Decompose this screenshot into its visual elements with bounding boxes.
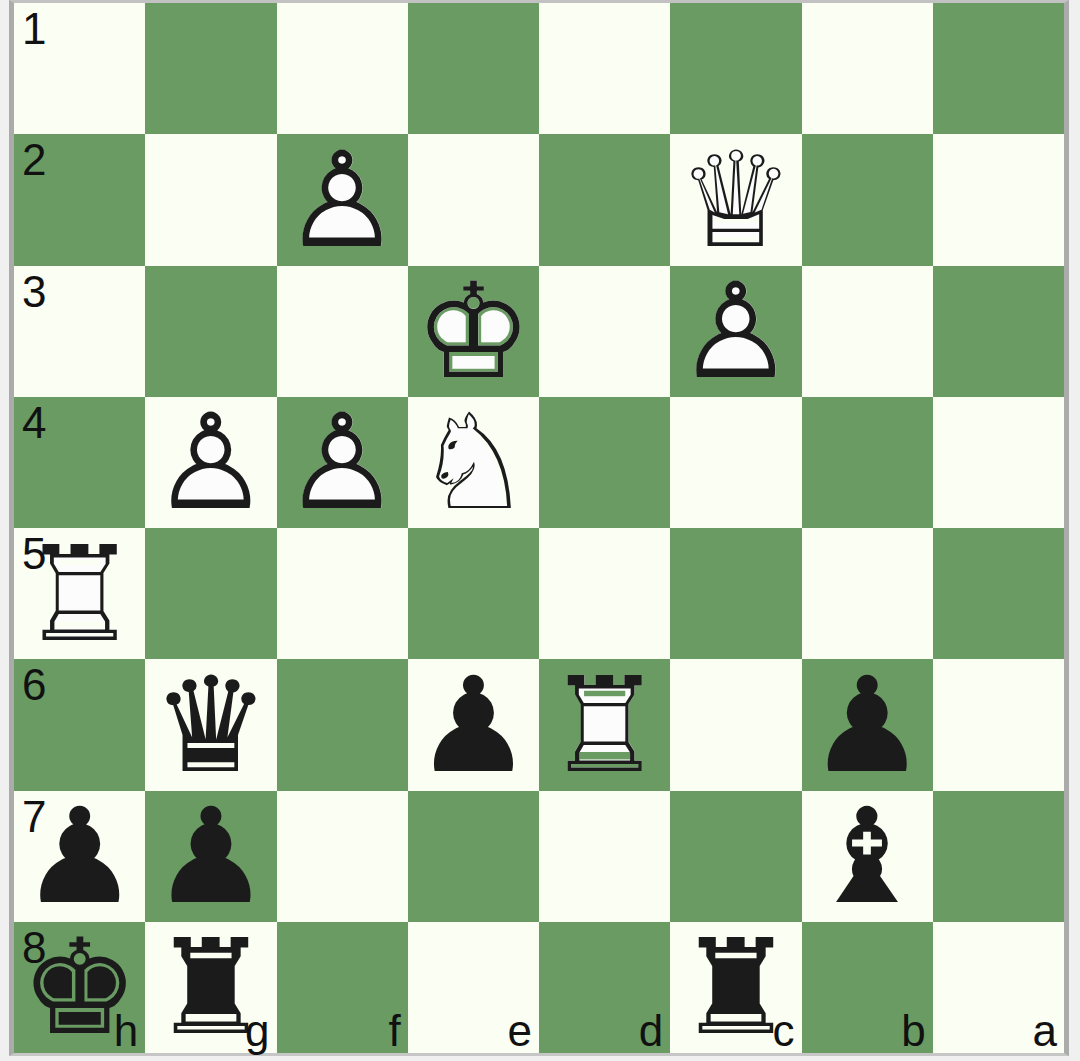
white-queen-fill: ♛	[670, 134, 801, 265]
square-h7[interactable]: 7♟	[14, 791, 145, 922]
square-a2[interactable]	[933, 134, 1064, 265]
black-rook[interactable]: ♜	[670, 922, 801, 1053]
square-e3[interactable]: ♚♔	[408, 266, 539, 397]
square-c2[interactable]: ♛♕	[670, 134, 801, 265]
square-c8[interactable]: c♜	[670, 922, 801, 1053]
square-c7[interactable]	[670, 791, 801, 922]
square-b1[interactable]	[802, 3, 933, 134]
square-c6[interactable]	[670, 659, 801, 790]
chessboard: 12♟♙♛♕3♚♔♟♙4♟♙♟♙♞♘5♜♖6♛♟♜♖♟7♟♟♝8h♚g♜fedc…	[14, 3, 1064, 1053]
square-h6[interactable]: 6	[14, 659, 145, 790]
square-e7[interactable]	[408, 791, 539, 922]
square-a6[interactable]	[933, 659, 1064, 790]
white-rook[interactable]: ♖	[539, 659, 670, 790]
file-label-e: e	[508, 1009, 532, 1053]
square-h8[interactable]: 8h♚	[14, 922, 145, 1053]
rank-label-6: 6	[22, 663, 46, 707]
square-b3[interactable]	[802, 266, 933, 397]
square-f2[interactable]: ♟♙	[277, 134, 408, 265]
rank-label-1: 1	[22, 7, 46, 51]
square-h3[interactable]: 3	[14, 266, 145, 397]
square-f8[interactable]: f	[277, 922, 408, 1053]
square-a4[interactable]	[933, 397, 1064, 528]
white-rook-fill: ♜	[14, 528, 145, 659]
white-pawn-fill: ♟	[670, 266, 801, 397]
file-label-f: f	[389, 1009, 401, 1053]
square-c5[interactable]	[670, 528, 801, 659]
black-rook[interactable]: ♜	[145, 922, 276, 1053]
square-c4[interactable]	[670, 397, 801, 528]
square-e2[interactable]	[408, 134, 539, 265]
square-g5[interactable]	[145, 528, 276, 659]
square-d4[interactable]	[539, 397, 670, 528]
square-d7[interactable]	[539, 791, 670, 922]
file-label-g: g	[245, 1009, 269, 1053]
black-king[interactable]: ♚	[14, 922, 145, 1053]
square-b7[interactable]: ♝	[802, 791, 933, 922]
square-b5[interactable]	[802, 528, 933, 659]
white-pawn[interactable]: ♙	[670, 266, 801, 397]
square-f5[interactable]	[277, 528, 408, 659]
square-g2[interactable]	[145, 134, 276, 265]
square-d6[interactable]: ♜♖	[539, 659, 670, 790]
square-c1[interactable]	[670, 3, 801, 134]
black-queen[interactable]: ♛	[145, 659, 276, 790]
black-bishop[interactable]: ♝	[802, 791, 933, 922]
file-label-d: d	[639, 1009, 663, 1053]
square-d3[interactable]	[539, 266, 670, 397]
black-pawn[interactable]: ♟	[802, 659, 933, 790]
square-h4[interactable]: 4	[14, 397, 145, 528]
square-e5[interactable]	[408, 528, 539, 659]
square-f7[interactable]	[277, 791, 408, 922]
black-pawn[interactable]: ♟	[14, 791, 145, 922]
white-king[interactable]: ♔	[408, 266, 539, 397]
square-h5[interactable]: 5♜♖	[14, 528, 145, 659]
white-rook-fill: ♜	[539, 659, 670, 790]
square-d5[interactable]	[539, 528, 670, 659]
rank-label-3: 3	[22, 270, 46, 314]
square-d2[interactable]	[539, 134, 670, 265]
square-g7[interactable]: ♟	[145, 791, 276, 922]
square-b4[interactable]	[802, 397, 933, 528]
square-a7[interactable]	[933, 791, 1064, 922]
white-pawn[interactable]: ♙	[277, 397, 408, 528]
square-g6[interactable]: ♛	[145, 659, 276, 790]
square-g3[interactable]	[145, 266, 276, 397]
square-h2[interactable]: 2	[14, 134, 145, 265]
square-a1[interactable]	[933, 3, 1064, 134]
square-b2[interactable]	[802, 134, 933, 265]
square-d1[interactable]	[539, 3, 670, 134]
file-label-b: b	[901, 1009, 925, 1053]
white-pawn-fill: ♟	[145, 397, 276, 528]
square-b6[interactable]: ♟	[802, 659, 933, 790]
file-label-h: h	[114, 1009, 138, 1053]
rank-label-5: 5	[22, 532, 46, 576]
rank-label-2: 2	[22, 138, 46, 182]
white-pawn[interactable]: ♙	[145, 397, 276, 528]
rank-label-4: 4	[22, 401, 46, 445]
white-knight[interactable]: ♘	[408, 397, 539, 528]
white-pawn-fill: ♟	[277, 134, 408, 265]
square-e4[interactable]: ♞♘	[408, 397, 539, 528]
square-e1[interactable]	[408, 3, 539, 134]
white-pawn[interactable]: ♙	[277, 134, 408, 265]
square-d8[interactable]: d	[539, 922, 670, 1053]
square-g8[interactable]: g♜	[145, 922, 276, 1053]
square-f6[interactable]	[277, 659, 408, 790]
square-c3[interactable]: ♟♙	[670, 266, 801, 397]
square-a5[interactable]	[933, 528, 1064, 659]
rank-label-8: 8	[22, 926, 46, 970]
file-label-a: a	[1033, 1009, 1057, 1053]
square-a8[interactable]: a	[933, 922, 1064, 1053]
board-frame: 12♟♙♛♕3♚♔♟♙4♟♙♟♙♞♘5♜♖6♛♟♜♖♟7♟♟♝8h♚g♜fedc…	[9, 0, 1069, 1056]
white-king-fill: ♚	[408, 266, 539, 397]
square-g4[interactable]: ♟♙	[145, 397, 276, 528]
square-f1[interactable]	[277, 3, 408, 134]
rank-label-7: 7	[22, 795, 46, 839]
file-label-c: c	[773, 1009, 795, 1053]
white-queen[interactable]: ♕	[670, 134, 801, 265]
square-e8[interactable]: e	[408, 922, 539, 1053]
black-pawn[interactable]: ♟	[145, 791, 276, 922]
white-pawn-fill: ♟	[277, 397, 408, 528]
square-a3[interactable]	[933, 266, 1064, 397]
white-rook[interactable]: ♖	[14, 528, 145, 659]
square-f3[interactable]	[277, 266, 408, 397]
square-f4[interactable]: ♟♙	[277, 397, 408, 528]
square-b8[interactable]: b	[802, 922, 933, 1053]
square-h1[interactable]: 1	[14, 3, 145, 134]
square-g1[interactable]	[145, 3, 276, 134]
black-pawn[interactable]: ♟	[408, 659, 539, 790]
white-knight-fill: ♞	[408, 397, 539, 528]
square-e6[interactable]: ♟	[408, 659, 539, 790]
